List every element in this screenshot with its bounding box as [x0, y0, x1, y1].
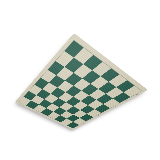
board-margin: abcdefgh 87654321	[15, 33, 148, 130]
product-photo: abcdefgh 87654321	[0, 0, 160, 160]
chess-board: abcdefgh 87654321	[15, 33, 148, 130]
board-grid	[19, 40, 142, 128]
